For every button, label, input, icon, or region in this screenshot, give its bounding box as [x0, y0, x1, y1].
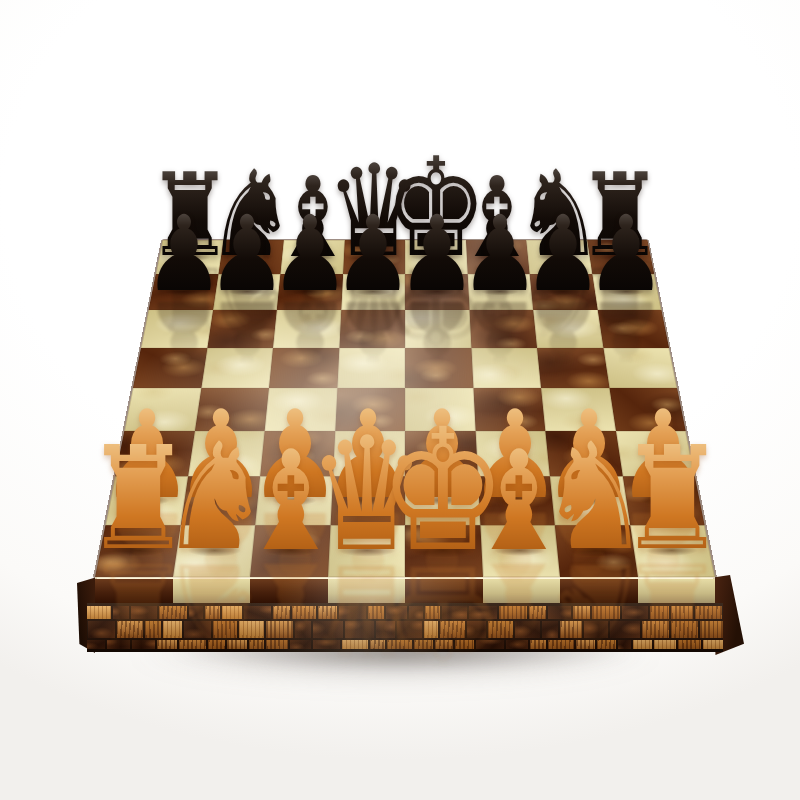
- inlay-tile: [488, 621, 514, 638]
- inlay-tile: [184, 621, 211, 638]
- inlay-tile: [87, 606, 111, 619]
- inlay-tile: [117, 621, 143, 638]
- inlay-row: [87, 606, 723, 619]
- inlay-tile: [499, 606, 527, 619]
- inlay-tile: [529, 606, 546, 619]
- inlay-tile: [189, 606, 203, 619]
- inlay-tile: [622, 606, 648, 619]
- piece-white-rook-h1[interactable]: ♜: [617, 428, 726, 571]
- inlay-tile: [700, 621, 723, 638]
- inlay-tile: [442, 606, 467, 619]
- inlay-tile: [208, 640, 225, 652]
- inlay-tile: [548, 640, 573, 652]
- inlay-tile: [266, 640, 288, 652]
- inlay-tile: [131, 606, 157, 619]
- piece-black-pawn-h7[interactable]: ♟: [586, 202, 666, 306]
- inlay-tile: [573, 606, 589, 619]
- inlay-row: [87, 640, 723, 652]
- inlay-tile: [469, 606, 497, 619]
- pieces-layer: ♜♜♞♞♝♝♛♛♚♚♝♝♞♞♜♜♟♟♟♟♟♟♟♟♟♟♟♟♟♟♟♟♟♟♟♟♟♟♟♟…: [0, 0, 800, 800]
- inlay-tile: [88, 621, 116, 638]
- inlay-tile: [440, 621, 466, 638]
- inlay-tile: [515, 621, 540, 638]
- inlay-tile: [678, 640, 701, 652]
- inlay-tile: [113, 606, 130, 619]
- inlay-tile: [560, 621, 582, 638]
- inlay-tile: [342, 640, 368, 652]
- inlay-row: [87, 621, 723, 638]
- inlay-tile: [295, 621, 311, 638]
- box-front-inlay: [87, 603, 723, 652]
- inlay-tile: [695, 606, 721, 619]
- inlay-tile: [386, 606, 407, 619]
- square-c6[interactable]: [273, 310, 341, 348]
- inlay-tile: [107, 640, 131, 652]
- inlay-tile: [244, 606, 270, 619]
- inlay-tile: [654, 640, 676, 652]
- inlay-tile: [370, 640, 385, 652]
- inlay-tile: [290, 640, 311, 652]
- inlay-tile: [592, 606, 620, 619]
- square-e5[interactable]: [405, 348, 473, 388]
- inlay-tile: [424, 621, 438, 638]
- inlay-tile: [597, 640, 616, 652]
- inlay-tile: [455, 640, 474, 652]
- square-d6[interactable]: [339, 310, 405, 348]
- inlay-tile: [467, 621, 485, 638]
- square-g6[interactable]: [533, 310, 603, 348]
- inlay-tile: [205, 606, 220, 619]
- square-e6[interactable]: [405, 310, 471, 348]
- inlay-tile: [642, 621, 669, 638]
- inlay-tile: [345, 621, 374, 638]
- inlay-tile: [145, 621, 161, 638]
- inlay-tile: [157, 640, 177, 652]
- inlay-tile: [292, 606, 316, 619]
- inlay-tile: [213, 621, 238, 638]
- square-h6[interactable]: [597, 310, 669, 348]
- inlay-tile: [584, 621, 609, 638]
- inlay-tile: [397, 621, 422, 638]
- inlay-tile: [610, 621, 640, 638]
- square-c5[interactable]: [269, 348, 339, 388]
- inlay-tile: [671, 621, 698, 638]
- inlay-tile: [368, 606, 384, 619]
- inlay-tile: [239, 621, 263, 638]
- inlay-tile: [530, 640, 546, 652]
- square-h5[interactable]: [603, 348, 677, 388]
- inlay-tile: [159, 606, 187, 619]
- square-a6[interactable]: [141, 310, 213, 348]
- inlay-tile: [313, 640, 341, 652]
- inlay-tile: [163, 621, 182, 638]
- inlay-tile: [476, 640, 504, 652]
- inlay-tile: [376, 621, 396, 638]
- inlay-tile: [703, 640, 723, 652]
- inlay-tile: [318, 606, 337, 619]
- inlay-tile: [179, 640, 205, 652]
- inlay-tile: [273, 606, 290, 619]
- square-a5[interactable]: [133, 348, 207, 388]
- inlay-tile: [542, 621, 558, 638]
- inlay-tile: [227, 640, 247, 652]
- inlay-tile: [650, 606, 670, 619]
- square-f6[interactable]: [469, 310, 537, 348]
- inlay-tile: [435, 640, 454, 652]
- square-g5[interactable]: [537, 348, 609, 388]
- inlay-tile: [387, 640, 412, 652]
- inlay-tile: [506, 640, 529, 652]
- square-b5[interactable]: [201, 348, 273, 388]
- square-b6[interactable]: [207, 310, 277, 348]
- inlay-tile: [548, 606, 571, 619]
- inlay-tile: [339, 606, 367, 619]
- inlay-tile: [313, 621, 343, 638]
- inlay-tile: [222, 606, 242, 619]
- photo-stage: ♜♜♞♞♝♝♛♛♚♚♝♝♞♞♜♜♟♟♟♟♟♟♟♟♟♟♟♟♟♟♟♟♟♟♟♟♟♟♟♟…: [0, 0, 800, 800]
- inlay-tile: [409, 606, 423, 619]
- inlay-tile: [132, 640, 155, 652]
- inlay-tile: [249, 640, 264, 652]
- inlay-tile: [266, 621, 293, 638]
- inlay-tile: [671, 606, 693, 619]
- square-f5[interactable]: [471, 348, 541, 388]
- square-d5[interactable]: [337, 348, 405, 388]
- inlay-tile: [87, 640, 105, 652]
- inlay-tile: [425, 606, 439, 619]
- inlay-tile: [618, 640, 632, 652]
- inlay-tile: [633, 640, 652, 652]
- inlay-tile: [414, 640, 432, 652]
- inlay-tile: [576, 640, 595, 652]
